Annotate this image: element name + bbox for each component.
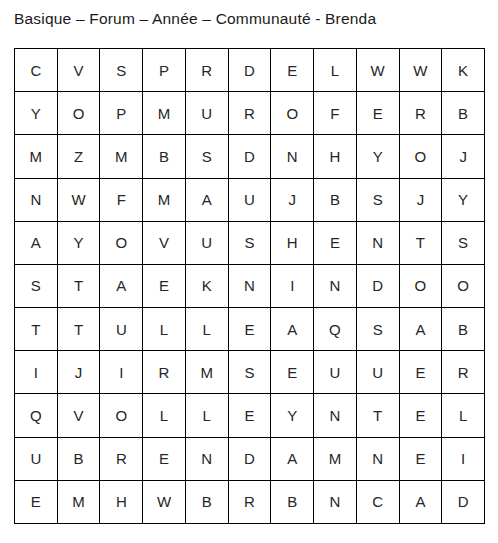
grid-cell[interactable]: S [229, 222, 271, 264]
grid-cell[interactable]: W [58, 179, 100, 221]
grid-cell[interactable]: C [15, 49, 57, 91]
grid-cell[interactable]: L [314, 49, 356, 91]
grid-cell[interactable]: H [314, 135, 356, 177]
grid-cell[interactable]: B [186, 481, 228, 523]
grid-cell[interactable]: O [58, 92, 100, 134]
grid-cell[interactable]: M [100, 135, 142, 177]
grid-cell[interactable]: T [357, 394, 399, 436]
grid-cell[interactable]: W [357, 49, 399, 91]
grid-cell[interactable]: M [314, 438, 356, 480]
grid-cell[interactable]: U [15, 438, 57, 480]
grid-cell[interactable]: A [400, 308, 442, 350]
grid-cell[interactable]: L [186, 394, 228, 436]
grid-cell[interactable]: T [15, 308, 57, 350]
grid-cell[interactable]: Y [271, 394, 313, 436]
grid-cell[interactable]: T [58, 265, 100, 307]
grid-cell[interactable]: N [357, 438, 399, 480]
grid-cell[interactable]: K [442, 49, 484, 91]
grid-cell[interactable]: S [15, 265, 57, 307]
grid-cell[interactable]: L [143, 308, 185, 350]
grid-cell[interactable]: J [400, 179, 442, 221]
grid-cell[interactable]: E [357, 92, 399, 134]
grid-cell[interactable]: T [400, 222, 442, 264]
grid-cell[interactable]: C [357, 481, 399, 523]
grid-cell[interactable]: M [143, 179, 185, 221]
grid-cell[interactable]: D [357, 265, 399, 307]
grid-cell[interactable]: N [314, 394, 356, 436]
grid-cell[interactable]: E [271, 351, 313, 393]
grid-cell[interactable]: B [271, 481, 313, 523]
grid-cell[interactable]: R [229, 481, 271, 523]
grid-cell[interactable]: E [15, 481, 57, 523]
grid-cell[interactable]: E [400, 351, 442, 393]
grid-cell[interactable]: E [229, 394, 271, 436]
grid-cell[interactable]: V [58, 394, 100, 436]
grid-cell[interactable]: U [186, 222, 228, 264]
grid-cell[interactable]: N [229, 265, 271, 307]
grid-cell[interactable]: O [271, 92, 313, 134]
grid-cell[interactable]: N [271, 135, 313, 177]
grid-cell[interactable]: I [100, 351, 142, 393]
grid-cell[interactable]: N [357, 222, 399, 264]
grid-cell[interactable]: A [186, 179, 228, 221]
grid-cell[interactable]: D [229, 438, 271, 480]
grid-cell[interactable]: E [400, 394, 442, 436]
grid-cell[interactable]: E [271, 49, 313, 91]
grid-cell[interactable]: Y [58, 222, 100, 264]
grid-cell[interactable]: R [442, 351, 484, 393]
grid-cell[interactable]: H [271, 222, 313, 264]
grid-cell[interactable]: D [229, 135, 271, 177]
grid-cell[interactable]: S [186, 135, 228, 177]
grid-cell[interactable]: B [442, 92, 484, 134]
grid-cell[interactable]: M [58, 481, 100, 523]
grid-cell[interactable]: I [442, 438, 484, 480]
grid-cell[interactable]: R [400, 92, 442, 134]
grid-cell[interactable]: I [15, 351, 57, 393]
grid-cell[interactable]: L [442, 394, 484, 436]
grid-cell[interactable]: N [15, 179, 57, 221]
grid-cell[interactable]: R [229, 92, 271, 134]
grid-cell[interactable]: U [229, 179, 271, 221]
grid-cell[interactable]: E [400, 438, 442, 480]
grid-cell[interactable]: F [314, 92, 356, 134]
grid-cell[interactable]: S [100, 49, 142, 91]
grid-cell[interactable]: E [143, 438, 185, 480]
grid-cell[interactable]: M [15, 135, 57, 177]
grid-cell[interactable]: M [143, 92, 185, 134]
grid-cell[interactable]: O [400, 265, 442, 307]
grid-cell[interactable]: R [186, 49, 228, 91]
grid-cell[interactable]: J [442, 135, 484, 177]
grid-cell[interactable]: L [143, 394, 185, 436]
grid-cell[interactable]: F [100, 179, 142, 221]
grid-cell[interactable]: P [143, 49, 185, 91]
grid-cell[interactable]: H [100, 481, 142, 523]
grid-cell[interactable]: J [271, 179, 313, 221]
grid-cell[interactable]: D [442, 481, 484, 523]
grid-cell[interactable]: P [100, 92, 142, 134]
grid-cell[interactable]: E [143, 265, 185, 307]
grid-cell[interactable]: B [58, 438, 100, 480]
grid-cell[interactable]: N [314, 481, 356, 523]
grid-cell[interactable]: O [100, 222, 142, 264]
grid-cell[interactable]: O [442, 265, 484, 307]
word-search-page: Basique – Forum – Année – Communauté - B… [0, 0, 498, 543]
grid-cell[interactable]: E [314, 222, 356, 264]
grid-cell[interactable]: N [186, 438, 228, 480]
grid-cell[interactable]: S [442, 222, 484, 264]
grid-cell[interactable]: O [400, 135, 442, 177]
grid-cell[interactable]: Z [58, 135, 100, 177]
grid-cell[interactable]: D [229, 49, 271, 91]
grid-cell[interactable]: J [58, 351, 100, 393]
grid-cell[interactable]: O [100, 394, 142, 436]
grid-cell[interactable]: Q [15, 394, 57, 436]
grid-cell[interactable]: V [58, 49, 100, 91]
grid-cell[interactable]: M [186, 351, 228, 393]
grid-cell[interactable]: S [357, 308, 399, 350]
grid-cell[interactable]: V [143, 222, 185, 264]
grid-cell[interactable]: E [229, 308, 271, 350]
grid-cell[interactable]: B [143, 135, 185, 177]
grid-cell[interactable]: A [271, 438, 313, 480]
grid-cell[interactable]: A [15, 222, 57, 264]
grid-cell[interactable]: T [58, 308, 100, 350]
grid-cell[interactable]: N [314, 265, 356, 307]
grid-cell[interactable]: A [100, 265, 142, 307]
grid-cell[interactable]: U [357, 351, 399, 393]
grid-cell[interactable]: A [271, 308, 313, 350]
grid-cell[interactable]: U [100, 308, 142, 350]
grid-cell[interactable]: R [100, 438, 142, 480]
grid-cell[interactable]: W [143, 481, 185, 523]
grid-cell[interactable]: B [442, 308, 484, 350]
grid-cell[interactable]: Y [442, 179, 484, 221]
word-list-title: Basique – Forum – Année – Communauté - B… [14, 10, 376, 28]
grid-cell[interactable]: S [229, 351, 271, 393]
grid-cell[interactable]: K [186, 265, 228, 307]
word-search-grid: CVSPRDELWWKYOPMUROFERBMZMBSDNHYOJNWFMAUJ… [14, 48, 485, 524]
grid-cell[interactable]: U [186, 92, 228, 134]
grid-cell[interactable]: I [271, 265, 313, 307]
grid-cell[interactable]: S [357, 179, 399, 221]
grid-cell[interactable]: Y [15, 92, 57, 134]
grid-cell[interactable]: L [186, 308, 228, 350]
grid-cell[interactable]: B [314, 179, 356, 221]
grid-cell[interactable]: W [400, 49, 442, 91]
grid-cell[interactable]: R [143, 351, 185, 393]
grid-cell[interactable]: Y [357, 135, 399, 177]
grid-cell[interactable]: A [400, 481, 442, 523]
grid-cell[interactable]: U [314, 351, 356, 393]
grid-cell[interactable]: Q [314, 308, 356, 350]
